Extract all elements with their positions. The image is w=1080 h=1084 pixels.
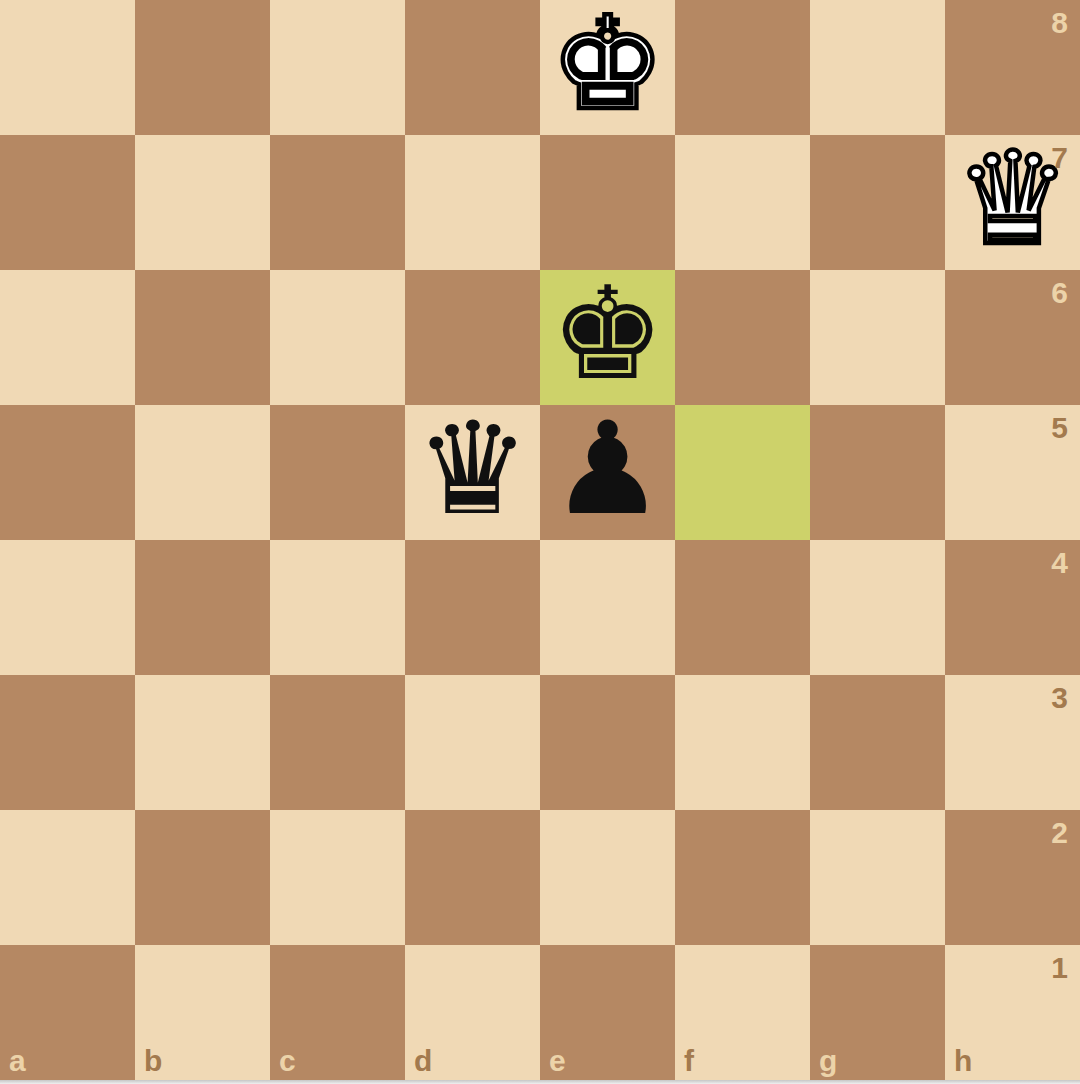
square-d6[interactable] <box>405 270 540 405</box>
rank-label-8: 8 <box>1051 8 1068 38</box>
square-f4[interactable] <box>675 540 810 675</box>
square-h4[interactable]: 4 <box>945 540 1080 675</box>
square-b6[interactable] <box>135 270 270 405</box>
square-f8[interactable] <box>675 0 810 135</box>
square-c4[interactable] <box>270 540 405 675</box>
square-f5[interactable] <box>675 405 810 540</box>
file-label-g: g <box>819 1046 837 1076</box>
square-b2[interactable] <box>135 810 270 945</box>
rank-label-2: 2 <box>1051 818 1068 848</box>
square-e6[interactable]: ♚ <box>540 270 675 405</box>
square-e4[interactable] <box>540 540 675 675</box>
square-b8[interactable] <box>135 0 270 135</box>
square-g2[interactable] <box>810 810 945 945</box>
file-label-b: b <box>144 1046 162 1076</box>
rank-label-1: 1 <box>1051 953 1068 983</box>
chess-board: ♚8♛7♚6♛♟5432abcdefgh1 <box>0 0 1080 1080</box>
black-queen-piece[interactable]: ♛ <box>415 401 530 536</box>
square-c2[interactable] <box>270 810 405 945</box>
square-g7[interactable] <box>810 135 945 270</box>
square-c5[interactable] <box>270 405 405 540</box>
rank-label-7: 7 <box>1051 143 1068 173</box>
square-a8[interactable] <box>0 0 135 135</box>
square-d4[interactable] <box>405 540 540 675</box>
square-a7[interactable] <box>0 135 135 270</box>
square-f7[interactable] <box>675 135 810 270</box>
square-h6[interactable]: 6 <box>945 270 1080 405</box>
square-b4[interactable] <box>135 540 270 675</box>
file-label-c: c <box>279 1046 296 1076</box>
square-g6[interactable] <box>810 270 945 405</box>
square-b7[interactable] <box>135 135 270 270</box>
square-a5[interactable] <box>0 405 135 540</box>
square-g3[interactable] <box>810 675 945 810</box>
square-b3[interactable] <box>135 675 270 810</box>
square-a1[interactable]: a <box>0 945 135 1080</box>
square-f1[interactable]: f <box>675 945 810 1080</box>
square-b1[interactable]: b <box>135 945 270 1080</box>
square-a3[interactable] <box>0 675 135 810</box>
square-e3[interactable] <box>540 675 675 810</box>
square-e5[interactable]: ♟ <box>540 405 675 540</box>
square-c7[interactable] <box>270 135 405 270</box>
black-pawn-piece[interactable]: ♟ <box>550 401 665 536</box>
rank-label-6: 6 <box>1051 278 1068 308</box>
black-king-piece[interactable]: ♚ <box>550 266 665 401</box>
square-h8[interactable]: 8 <box>945 0 1080 135</box>
square-g8[interactable] <box>810 0 945 135</box>
square-h7[interactable]: ♛7 <box>945 135 1080 270</box>
white-king-piece[interactable]: ♚ <box>550 0 665 131</box>
square-h2[interactable]: 2 <box>945 810 1080 945</box>
file-label-a: a <box>9 1046 26 1076</box>
square-c1[interactable]: c <box>270 945 405 1080</box>
square-g4[interactable] <box>810 540 945 675</box>
square-e2[interactable] <box>540 810 675 945</box>
square-e8[interactable]: ♚ <box>540 0 675 135</box>
square-d3[interactable] <box>405 675 540 810</box>
square-d7[interactable] <box>405 135 540 270</box>
square-a6[interactable] <box>0 270 135 405</box>
square-h5[interactable]: 5 <box>945 405 1080 540</box>
rank-label-3: 3 <box>1051 683 1068 713</box>
page-bottom-edge <box>0 1080 1080 1084</box>
file-label-f: f <box>684 1046 694 1076</box>
square-c8[interactable] <box>270 0 405 135</box>
square-d1[interactable]: d <box>405 945 540 1080</box>
file-label-d: d <box>414 1046 432 1076</box>
square-b5[interactable] <box>135 405 270 540</box>
square-d2[interactable] <box>405 810 540 945</box>
square-d8[interactable] <box>405 0 540 135</box>
square-g5[interactable] <box>810 405 945 540</box>
file-label-h: h <box>954 1046 972 1076</box>
square-f6[interactable] <box>675 270 810 405</box>
square-f3[interactable] <box>675 675 810 810</box>
square-d5[interactable]: ♛ <box>405 405 540 540</box>
file-label-e: e <box>549 1046 566 1076</box>
square-f2[interactable] <box>675 810 810 945</box>
square-c3[interactable] <box>270 675 405 810</box>
square-h3[interactable]: 3 <box>945 675 1080 810</box>
rank-label-5: 5 <box>1051 413 1068 443</box>
square-c6[interactable] <box>270 270 405 405</box>
square-e7[interactable] <box>540 135 675 270</box>
square-g1[interactable]: g <box>810 945 945 1080</box>
square-a4[interactable] <box>0 540 135 675</box>
square-e1[interactable]: e <box>540 945 675 1080</box>
rank-label-4: 4 <box>1051 548 1068 578</box>
square-h1[interactable]: h1 <box>945 945 1080 1080</box>
square-a2[interactable] <box>0 810 135 945</box>
